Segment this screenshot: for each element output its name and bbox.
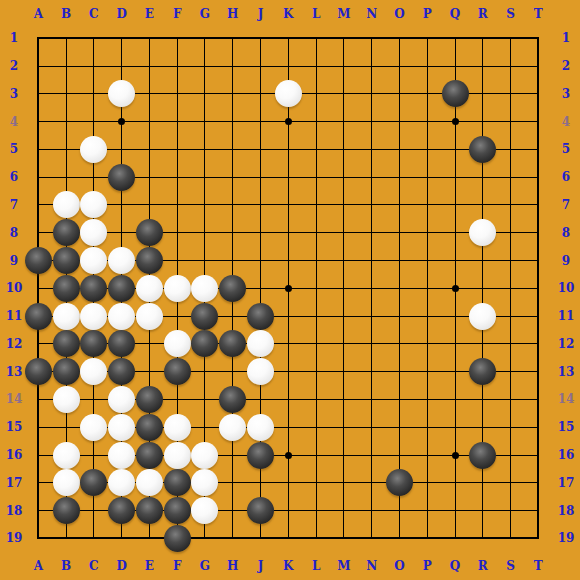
white-stone-F16[interactable] bbox=[164, 442, 191, 469]
white-stone-R11[interactable] bbox=[469, 303, 496, 330]
black-stone-B8[interactable] bbox=[53, 219, 80, 246]
white-stone-J13[interactable] bbox=[247, 358, 274, 385]
white-stone-C15[interactable] bbox=[80, 414, 107, 441]
white-stone-H15[interactable] bbox=[219, 414, 246, 441]
black-stone-F18[interactable] bbox=[164, 497, 191, 524]
white-stone-D3[interactable] bbox=[108, 80, 135, 107]
black-stone-H10[interactable] bbox=[219, 275, 246, 302]
black-stone-B12[interactable] bbox=[53, 330, 80, 357]
black-stone-R16[interactable] bbox=[469, 442, 496, 469]
black-stone-Q3[interactable] bbox=[442, 80, 469, 107]
black-stone-J16[interactable] bbox=[247, 442, 274, 469]
black-stone-C12[interactable] bbox=[80, 330, 107, 357]
black-stone-B13[interactable] bbox=[53, 358, 80, 385]
black-stone-O17[interactable] bbox=[386, 469, 413, 496]
black-stone-J18[interactable] bbox=[247, 497, 274, 524]
black-stone-E18[interactable] bbox=[136, 497, 163, 524]
black-stone-H14[interactable] bbox=[219, 386, 246, 413]
white-stone-E11[interactable] bbox=[136, 303, 163, 330]
black-stone-J11[interactable] bbox=[247, 303, 274, 330]
black-stone-D10[interactable] bbox=[108, 275, 135, 302]
white-stone-C13[interactable] bbox=[80, 358, 107, 385]
go-board-diagram: AABBCCDDEEFFGGHHJJKKLLMMNNOOPPQQRRSSTT11… bbox=[0, 0, 580, 580]
black-stone-D13[interactable] bbox=[108, 358, 135, 385]
black-stone-H12[interactable] bbox=[219, 330, 246, 357]
black-stone-A9[interactable] bbox=[25, 247, 52, 274]
black-stone-B10[interactable] bbox=[53, 275, 80, 302]
white-stone-C11[interactable] bbox=[80, 303, 107, 330]
black-stone-E8[interactable] bbox=[136, 219, 163, 246]
white-stone-D17[interactable] bbox=[108, 469, 135, 496]
white-stone-D11[interactable] bbox=[108, 303, 135, 330]
white-stone-E10[interactable] bbox=[136, 275, 163, 302]
white-stone-F10[interactable] bbox=[164, 275, 191, 302]
black-stone-F19[interactable] bbox=[164, 525, 191, 552]
white-stone-R8[interactable] bbox=[469, 219, 496, 246]
black-stone-G12[interactable] bbox=[191, 330, 218, 357]
black-stone-F17[interactable] bbox=[164, 469, 191, 496]
white-stone-B11[interactable] bbox=[53, 303, 80, 330]
white-stone-D15[interactable] bbox=[108, 414, 135, 441]
black-stone-D12[interactable] bbox=[108, 330, 135, 357]
black-stone-C10[interactable] bbox=[80, 275, 107, 302]
white-stone-C5[interactable] bbox=[80, 136, 107, 163]
black-stone-E14[interactable] bbox=[136, 386, 163, 413]
white-stone-D9[interactable] bbox=[108, 247, 135, 274]
black-stone-R13[interactable] bbox=[469, 358, 496, 385]
white-stone-B14[interactable] bbox=[53, 386, 80, 413]
black-stone-B18[interactable] bbox=[53, 497, 80, 524]
black-stone-E15[interactable] bbox=[136, 414, 163, 441]
white-stone-F12[interactable] bbox=[164, 330, 191, 357]
black-stone-A13[interactable] bbox=[25, 358, 52, 385]
black-stone-R5[interactable] bbox=[469, 136, 496, 163]
white-stone-J15[interactable] bbox=[247, 414, 274, 441]
white-stone-J12[interactable] bbox=[247, 330, 274, 357]
black-stone-A11[interactable] bbox=[25, 303, 52, 330]
white-stone-E17[interactable] bbox=[136, 469, 163, 496]
black-stone-G11[interactable] bbox=[191, 303, 218, 330]
white-stone-G18[interactable] bbox=[191, 497, 218, 524]
white-stone-G17[interactable] bbox=[191, 469, 218, 496]
stones bbox=[0, 0, 580, 580]
white-stone-F15[interactable] bbox=[164, 414, 191, 441]
white-stone-D14[interactable] bbox=[108, 386, 135, 413]
white-stone-K3[interactable] bbox=[275, 80, 302, 107]
white-stone-D16[interactable] bbox=[108, 442, 135, 469]
black-stone-C17[interactable] bbox=[80, 469, 107, 496]
black-stone-B9[interactable] bbox=[53, 247, 80, 274]
white-stone-C8[interactable] bbox=[80, 219, 107, 246]
black-stone-E9[interactable] bbox=[136, 247, 163, 274]
white-stone-G10[interactable] bbox=[191, 275, 218, 302]
white-stone-B7[interactable] bbox=[53, 191, 80, 218]
black-stone-E16[interactable] bbox=[136, 442, 163, 469]
black-stone-F13[interactable] bbox=[164, 358, 191, 385]
white-stone-B17[interactable] bbox=[53, 469, 80, 496]
white-stone-C9[interactable] bbox=[80, 247, 107, 274]
white-stone-C7[interactable] bbox=[80, 191, 107, 218]
black-stone-D6[interactable] bbox=[108, 164, 135, 191]
white-stone-G16[interactable] bbox=[191, 442, 218, 469]
white-stone-B16[interactable] bbox=[53, 442, 80, 469]
black-stone-D18[interactable] bbox=[108, 497, 135, 524]
